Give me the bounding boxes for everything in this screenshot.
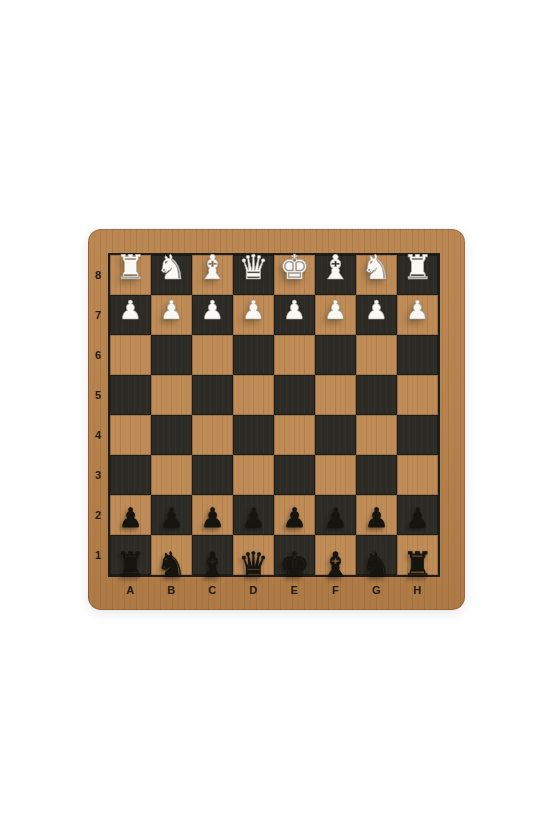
piece-white-rook: ♜ (402, 250, 432, 284)
square-c7: ♟ (192, 295, 233, 335)
square-d4 (233, 415, 274, 455)
piece-black-pawn: ♟ (241, 504, 265, 531)
square-h8: ♜ (397, 255, 438, 295)
piece-white-pawn: ♟ (201, 297, 224, 323)
square-g7: ♟ (356, 295, 397, 335)
piece-black-king: ♚ (279, 547, 309, 581)
piece-white-knight: ♞ (156, 250, 186, 284)
square-c8: ♝ (192, 255, 233, 295)
square-a3 (110, 455, 151, 495)
square-g1: ♞ (356, 535, 397, 575)
piece-white-pawn: ♟ (119, 297, 142, 323)
square-f3 (315, 455, 356, 495)
square-d1: ♛ (233, 535, 274, 575)
rank-label-1: 1 (88, 535, 108, 575)
square-e3 (274, 455, 315, 495)
piece-white-rook: ♜ (115, 250, 145, 284)
square-f5 (315, 375, 356, 415)
square-h1: ♜ (397, 535, 438, 575)
piece-white-pawn: ♟ (365, 297, 388, 323)
rank-label-8: 8 (88, 255, 108, 295)
square-h5 (397, 375, 438, 415)
square-g5 (356, 375, 397, 415)
piece-black-queen: ♛ (238, 547, 268, 581)
square-e2: ♟ (274, 495, 315, 535)
square-e4 (274, 415, 315, 455)
square-b2: ♟ (151, 495, 192, 535)
piece-white-pawn: ♟ (160, 297, 183, 323)
square-g8: ♞ (356, 255, 397, 295)
file-label-d: D (233, 579, 274, 601)
square-c4 (192, 415, 233, 455)
piece-black-pawn: ♟ (323, 504, 347, 531)
square-h6 (397, 335, 438, 375)
rank-label-4: 4 (88, 415, 108, 455)
square-f6 (315, 335, 356, 375)
square-b4 (151, 415, 192, 455)
chess-board: 87654321 ♜♞♝♛♚♝♞♜♟♟♟♟♟♟♟♟♟♟♟♟♟♟♟♟♜♞♝♛♚♝♞… (88, 229, 465, 610)
rank-label-5: 5 (88, 375, 108, 415)
square-b6 (151, 335, 192, 375)
file-label-c: C (192, 579, 233, 601)
piece-black-rook: ♜ (402, 547, 432, 581)
square-a2: ♟ (110, 495, 151, 535)
piece-white-knight: ♞ (361, 250, 391, 284)
piece-black-bishop: ♝ (320, 547, 350, 581)
square-e1: ♚ (274, 535, 315, 575)
square-f8: ♝ (315, 255, 356, 295)
square-g2: ♟ (356, 495, 397, 535)
square-e6 (274, 335, 315, 375)
rank-label-3: 3 (88, 455, 108, 495)
square-a1: ♜ (110, 535, 151, 575)
square-d5 (233, 375, 274, 415)
rank-label-2: 2 (88, 495, 108, 535)
square-c3 (192, 455, 233, 495)
piece-black-pawn: ♟ (282, 504, 306, 531)
piece-white-pawn: ♟ (283, 297, 306, 323)
square-a5 (110, 375, 151, 415)
square-h4 (397, 415, 438, 455)
file-label-f: F (315, 579, 356, 601)
square-h3 (397, 455, 438, 495)
piece-white-pawn: ♟ (324, 297, 347, 323)
piece-black-knight: ♞ (156, 547, 186, 581)
square-g6 (356, 335, 397, 375)
square-g4 (356, 415, 397, 455)
square-h7: ♟ (397, 295, 438, 335)
square-b1: ♞ (151, 535, 192, 575)
piece-black-pawn: ♟ (159, 504, 183, 531)
square-b3 (151, 455, 192, 495)
square-e8: ♚ (274, 255, 315, 295)
square-d7: ♟ (233, 295, 274, 335)
square-f4 (315, 415, 356, 455)
piece-black-pawn: ♟ (200, 504, 224, 531)
piece-white-king: ♚ (279, 250, 309, 284)
square-c1: ♝ (192, 535, 233, 575)
piece-white-queen: ♛ (238, 250, 268, 284)
piece-white-pawn: ♟ (242, 297, 265, 323)
square-a6 (110, 335, 151, 375)
square-e7: ♟ (274, 295, 315, 335)
piece-white-bishop: ♝ (197, 250, 227, 284)
square-e5 (274, 375, 315, 415)
piece-black-pawn: ♟ (364, 504, 388, 531)
square-g3 (356, 455, 397, 495)
square-a7: ♟ (110, 295, 151, 335)
square-b7: ♟ (151, 295, 192, 335)
piece-white-pawn: ♟ (406, 297, 429, 323)
file-label-g: G (356, 579, 397, 601)
file-label-b: B (151, 579, 192, 601)
square-b5 (151, 375, 192, 415)
file-labels: ABCDEFGH (110, 579, 438, 601)
file-label-e: E (274, 579, 315, 601)
piece-black-pawn: ♟ (405, 504, 429, 531)
square-d6 (233, 335, 274, 375)
square-h2: ♟ (397, 495, 438, 535)
square-f7: ♟ (315, 295, 356, 335)
square-d2: ♟ (233, 495, 274, 535)
board-grid: ♜♞♝♛♚♝♞♜♟♟♟♟♟♟♟♟♟♟♟♟♟♟♟♟♜♞♝♛♚♝♞♜ (108, 253, 440, 577)
rank-labels: 87654321 (88, 255, 108, 575)
square-d3 (233, 455, 274, 495)
square-f2: ♟ (315, 495, 356, 535)
piece-white-bishop: ♝ (320, 250, 350, 284)
rank-label-6: 6 (88, 335, 108, 375)
piece-black-knight: ♞ (361, 547, 391, 581)
piece-black-rook: ♜ (115, 547, 145, 581)
file-label-a: A (110, 579, 151, 601)
piece-black-pawn: ♟ (118, 504, 142, 531)
piece-black-bishop: ♝ (197, 547, 227, 581)
square-f1: ♝ (315, 535, 356, 575)
square-c2: ♟ (192, 495, 233, 535)
photo-background: 87654321 ♜♞♝♛♚♝♞♜♟♟♟♟♟♟♟♟♟♟♟♟♟♟♟♟♜♞♝♛♚♝♞… (0, 0, 555, 832)
square-c5 (192, 375, 233, 415)
square-a4 (110, 415, 151, 455)
square-a8: ♜ (110, 255, 151, 295)
rank-label-7: 7 (88, 295, 108, 335)
square-c6 (192, 335, 233, 375)
file-label-h: H (397, 579, 438, 601)
square-b8: ♞ (151, 255, 192, 295)
square-d8: ♛ (233, 255, 274, 295)
